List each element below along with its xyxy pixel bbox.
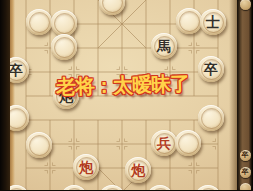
piece-glyph: 士 — [206, 15, 220, 29]
piece-hidden-c2[interactable] — [51, 10, 77, 36]
piece-black-soldier-i4[interactable]: 卒 — [198, 56, 224, 82]
piece-glyph: 卒 — [204, 62, 218, 76]
piece-black-general-cutoff[interactable] — [99, 0, 125, 15]
caption-text: 老将：太暧昧了 — [56, 70, 190, 100]
piece-glyph: 卒 — [9, 63, 23, 77]
piece-hidden-e9-cutoff[interactable] — [99, 185, 125, 190]
piece-hidden-h7[interactable] — [175, 130, 201, 156]
tray-icon-glyph: 卒 — [242, 169, 249, 176]
piece-glyph: 炮 — [79, 160, 93, 174]
piece-glyph: 炮 — [131, 163, 145, 177]
piece-hidden-h2[interactable] — [176, 8, 202, 34]
rail-piece-top-cutoff-icon[interactable] — [240, 0, 251, 10]
piece-hidden-i6[interactable] — [198, 105, 224, 131]
piece-hidden-c9-cutoff[interactable] — [61, 185, 87, 190]
captured-piece-2-icon[interactable]: 卒 — [240, 167, 251, 178]
captured-piece-3-cutoff-icon[interactable] — [240, 183, 251, 191]
piece-black-horse-g3[interactable]: 馬 — [151, 33, 177, 59]
piece-hidden-c3[interactable] — [51, 34, 77, 60]
piece-hidden-g9-cutoff[interactable] — [147, 185, 173, 190]
left-letterbox-bar — [0, 0, 10, 190]
piece-black-advisor-i2[interactable]: 士 — [200, 9, 226, 35]
piece-glyph: 馬 — [157, 39, 171, 53]
piece-hidden-b7[interactable] — [26, 132, 52, 158]
captured-piece-1-icon[interactable]: 卒 — [240, 150, 251, 161]
tray-icon-glyph: 卒 — [242, 152, 249, 159]
piece-red-cannon-d8[interactable]: 炮 — [73, 154, 99, 180]
right-rail: 卒卒 — [237, 0, 253, 190]
piece-hidden-i9-cutoff[interactable] — [195, 185, 221, 190]
piece-hidden-b2[interactable] — [26, 9, 52, 35]
xiangqi-app-screenshot: { "game": "xiangqi (Chinese chess), jieq… — [0, 0, 253, 190]
piece-red-cannon-f8[interactable]: 炮 — [125, 157, 151, 183]
piece-glyph: 兵 — [157, 136, 171, 150]
piece-red-soldier-g7[interactable]: 兵 — [151, 130, 177, 156]
